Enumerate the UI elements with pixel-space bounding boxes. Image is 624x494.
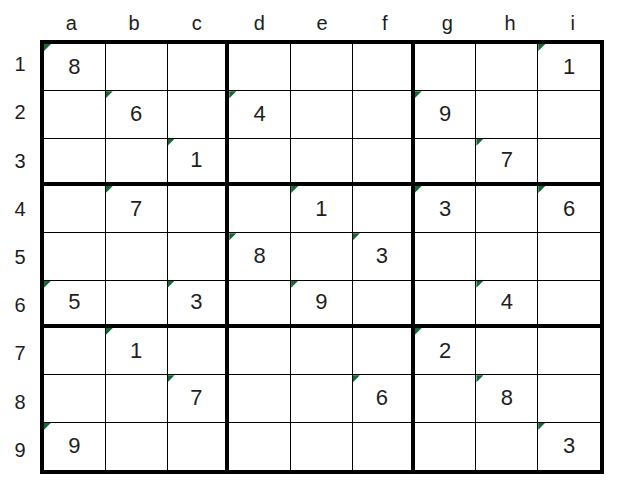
cell-g2[interactable]: 9 (415, 91, 477, 138)
cell-f1[interactable] (353, 44, 415, 91)
given-digit: 1 (190, 149, 202, 171)
given-corner-triangle-icon (415, 328, 422, 335)
cell-i6[interactable] (538, 281, 600, 328)
given-digit: 9 (68, 435, 80, 457)
cell-h7[interactable] (476, 328, 538, 375)
cell-g9[interactable] (415, 423, 477, 470)
cell-e6[interactable]: 9 (291, 281, 353, 328)
given-digit: 1 (563, 56, 575, 78)
cell-a8[interactable] (44, 375, 106, 422)
given-corner-triangle-icon (291, 186, 298, 193)
given-digit: 1 (130, 340, 142, 362)
cell-a5[interactable] (44, 233, 106, 280)
cell-h4[interactable] (476, 186, 538, 233)
given-digit: 8 (254, 245, 266, 267)
given-digit: 2 (439, 340, 451, 362)
given-digit: 4 (501, 291, 513, 313)
cell-h6[interactable]: 4 (476, 281, 538, 328)
column-label-a: a (40, 0, 103, 40)
cell-c5[interactable] (168, 233, 230, 280)
given-digit: 6 (130, 103, 142, 125)
given-corner-triangle-icon (168, 375, 175, 382)
column-label-c: c (165, 0, 228, 40)
cell-c1[interactable] (168, 44, 230, 91)
cell-f4[interactable] (353, 186, 415, 233)
cell-a2[interactable] (44, 91, 106, 138)
cell-b3[interactable] (106, 139, 168, 186)
given-digit: 6 (376, 387, 388, 409)
given-corner-triangle-icon (538, 186, 545, 193)
cell-d1[interactable] (229, 44, 291, 91)
given-corner-triangle-icon (415, 91, 422, 98)
given-corner-triangle-icon (44, 423, 51, 430)
cell-b2[interactable]: 6 (106, 91, 168, 138)
given-corner-triangle-icon (476, 281, 483, 288)
cell-b5[interactable] (106, 233, 168, 280)
given-digit: 9 (315, 291, 327, 313)
column-label-f: f (353, 0, 416, 40)
cell-f9[interactable] (353, 423, 415, 470)
row-label-1: 1 (0, 40, 40, 88)
cell-e4[interactable]: 1 (291, 186, 353, 233)
row-label-4: 4 (0, 185, 40, 233)
column-label-e: e (291, 0, 354, 40)
sudoku-screen: a b c d e f g h i 1 2 3 4 5 6 7 8 9 8164… (0, 0, 624, 494)
cell-h9[interactable] (476, 423, 538, 470)
given-digit: 1 (315, 198, 327, 220)
cell-g1[interactable] (415, 44, 477, 91)
given-corner-triangle-icon (229, 233, 236, 240)
cell-a6[interactable]: 5 (44, 281, 106, 328)
cell-h3[interactable]: 7 (476, 139, 538, 186)
cell-g4[interactable]: 3 (415, 186, 477, 233)
cell-b6[interactable] (106, 281, 168, 328)
row-labels: 1 2 3 4 5 6 7 8 9 (0, 40, 40, 474)
cell-c4[interactable] (168, 186, 230, 233)
cell-d3[interactable] (229, 139, 291, 186)
cell-b8[interactable] (106, 375, 168, 422)
row-label-7: 7 (0, 329, 40, 377)
cell-e5[interactable] (291, 233, 353, 280)
given-digit: 7 (130, 198, 142, 220)
cell-f3[interactable] (353, 139, 415, 186)
cell-g3[interactable] (415, 139, 477, 186)
cell-i9[interactable]: 3 (538, 423, 600, 470)
cell-b1[interactable] (106, 44, 168, 91)
cell-d7[interactable] (229, 328, 291, 375)
cell-f5[interactable]: 3 (353, 233, 415, 280)
given-corner-triangle-icon (415, 186, 422, 193)
cell-g7[interactable]: 2 (415, 328, 477, 375)
row-label-2: 2 (0, 88, 40, 136)
given-digit: 4 (254, 103, 266, 125)
given-digit: 7 (501, 149, 513, 171)
cell-d5[interactable]: 8 (229, 233, 291, 280)
cell-i4[interactable]: 6 (538, 186, 600, 233)
cell-f2[interactable] (353, 91, 415, 138)
given-digit: 6 (563, 198, 575, 220)
cell-d6[interactable] (229, 281, 291, 328)
column-label-d: d (228, 0, 291, 40)
cell-a3[interactable] (44, 139, 106, 186)
row-label-3: 3 (0, 136, 40, 184)
cell-i1[interactable]: 1 (538, 44, 600, 91)
cell-a7[interactable] (44, 328, 106, 375)
cell-g8[interactable] (415, 375, 477, 422)
cell-c2[interactable] (168, 91, 230, 138)
cell-e2[interactable] (291, 91, 353, 138)
cell-f8[interactable]: 6 (353, 375, 415, 422)
cell-i7[interactable] (538, 328, 600, 375)
cell-c7[interactable] (168, 328, 230, 375)
column-label-g: g (416, 0, 479, 40)
cell-h1[interactable] (476, 44, 538, 91)
row-label-6: 6 (0, 281, 40, 329)
given-corner-triangle-icon (44, 281, 51, 288)
cell-e8[interactable] (291, 375, 353, 422)
cell-i2[interactable] (538, 91, 600, 138)
cell-d2[interactable]: 4 (229, 91, 291, 138)
row-label-8: 8 (0, 378, 40, 426)
cell-b9[interactable] (106, 423, 168, 470)
column-label-i: i (541, 0, 604, 40)
cell-c3[interactable]: 1 (168, 139, 230, 186)
given-corner-triangle-icon (353, 233, 360, 240)
cell-i5[interactable] (538, 233, 600, 280)
given-corner-triangle-icon (538, 423, 545, 430)
cell-i3[interactable] (538, 139, 600, 186)
given-corner-triangle-icon (229, 91, 236, 98)
given-corner-triangle-icon (353, 375, 360, 382)
given-corner-triangle-icon (106, 91, 113, 98)
row-label-5: 5 (0, 233, 40, 281)
cell-e9[interactable] (291, 423, 353, 470)
column-labels: a b c d e f g h i (40, 0, 604, 40)
cell-i8[interactable] (538, 375, 600, 422)
given-corner-triangle-icon (168, 281, 175, 288)
given-digit: 7 (190, 387, 202, 409)
cell-f6[interactable] (353, 281, 415, 328)
cell-a9[interactable]: 9 (44, 423, 106, 470)
column-label-h: h (479, 0, 542, 40)
sudoku-board: 816491771368353941276893 (40, 40, 604, 474)
row-label-9: 9 (0, 426, 40, 474)
cell-a1[interactable]: 8 (44, 44, 106, 91)
cell-d4[interactable] (229, 186, 291, 233)
given-corner-triangle-icon (291, 281, 298, 288)
given-digit: 9 (439, 103, 451, 125)
cell-e1[interactable] (291, 44, 353, 91)
given-digit: 3 (190, 291, 202, 313)
given-corner-triangle-icon (106, 186, 113, 193)
given-corner-triangle-icon (168, 139, 175, 146)
cell-g6[interactable] (415, 281, 477, 328)
cell-b4[interactable]: 7 (106, 186, 168, 233)
given-corner-triangle-icon (538, 44, 545, 51)
cell-h8[interactable]: 8 (476, 375, 538, 422)
cell-g5[interactable] (415, 233, 477, 280)
given-digit: 8 (501, 387, 513, 409)
given-corner-triangle-icon (476, 139, 483, 146)
cell-c8[interactable]: 7 (168, 375, 230, 422)
cell-e7[interactable] (291, 328, 353, 375)
cell-h2[interactable] (476, 91, 538, 138)
given-digit: 3 (376, 245, 388, 267)
cell-c6[interactable]: 3 (168, 281, 230, 328)
given-corner-triangle-icon (476, 375, 483, 382)
given-digit: 8 (68, 56, 80, 78)
cell-f7[interactable] (353, 328, 415, 375)
given-corner-triangle-icon (106, 328, 113, 335)
given-corner-triangle-icon (44, 44, 51, 51)
column-label-b: b (103, 0, 166, 40)
given-digit: 3 (439, 198, 451, 220)
given-digit: 5 (68, 291, 80, 313)
cell-d8[interactable] (229, 375, 291, 422)
cell-b7[interactable]: 1 (106, 328, 168, 375)
cell-h5[interactable] (476, 233, 538, 280)
cell-a4[interactable] (44, 186, 106, 233)
cell-c9[interactable] (168, 423, 230, 470)
cell-e3[interactable] (291, 139, 353, 186)
given-digit: 3 (563, 435, 575, 457)
cell-d9[interactable] (229, 423, 291, 470)
